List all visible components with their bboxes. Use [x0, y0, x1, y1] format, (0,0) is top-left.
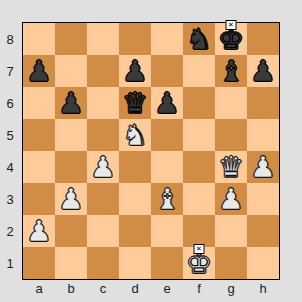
square-b3[interactable]: ♟ — [55, 183, 87, 215]
square-c3[interactable] — [87, 183, 119, 215]
white-pawn: ♟ — [26, 215, 52, 247]
file-label-d: d — [119, 281, 151, 297]
square-e4[interactable] — [151, 151, 183, 183]
square-f6[interactable] — [183, 87, 215, 119]
black-pawn: ♟ — [250, 55, 276, 87]
square-g7[interactable]: ♝ — [215, 55, 247, 87]
rank-label-8: 8 — [0, 23, 20, 55]
white-pawn: ♟ — [250, 151, 276, 183]
square-g5[interactable] — [215, 119, 247, 151]
square-d3[interactable] — [119, 183, 151, 215]
rank-label-5: 5 — [0, 119, 20, 151]
chessboard: ♞♚✕♟♟♝♟♟♛♟♞♟♛♟♟♝♟♟♚✕ — [22, 22, 280, 280]
square-e6[interactable]: ♟ — [151, 87, 183, 119]
file-label-b: b — [55, 281, 87, 297]
rank-label-7: 7 — [0, 55, 20, 87]
file-labels: abcdefgh — [23, 281, 279, 297]
square-f5[interactable] — [183, 119, 215, 151]
square-b2[interactable] — [55, 215, 87, 247]
black-pawn: ♟ — [58, 87, 84, 119]
file-label-c: c — [87, 281, 119, 297]
square-d7[interactable]: ♟ — [119, 55, 151, 87]
white-queen: ♛ — [218, 151, 244, 183]
square-b1[interactable] — [55, 247, 87, 279]
square-h6[interactable] — [247, 87, 279, 119]
black-pawn: ♟ — [154, 87, 180, 119]
king-marker-icon: ✕ — [226, 20, 237, 30]
rank-labels: 87654321 — [0, 23, 20, 279]
square-e8[interactable] — [151, 23, 183, 55]
square-h8[interactable] — [247, 23, 279, 55]
square-f7[interactable] — [183, 55, 215, 87]
rank-label-3: 3 — [0, 183, 20, 215]
file-label-h: h — [247, 281, 279, 297]
black-knight: ♞ — [186, 23, 212, 55]
black-pawn: ♟ — [26, 55, 52, 87]
file-label-a: a — [23, 281, 55, 297]
square-g1[interactable] — [215, 247, 247, 279]
square-d2[interactable] — [119, 215, 151, 247]
square-h7[interactable]: ♟ — [247, 55, 279, 87]
rank-label-2: 2 — [0, 215, 20, 247]
square-f1[interactable]: ♚✕ — [183, 247, 215, 279]
file-label-f: f — [183, 281, 215, 297]
square-b7[interactable] — [55, 55, 87, 87]
square-c6[interactable] — [87, 87, 119, 119]
rank-label-6: 6 — [0, 87, 20, 119]
square-a1[interactable] — [23, 247, 55, 279]
square-c7[interactable] — [87, 55, 119, 87]
white-pawn: ♟ — [58, 183, 84, 215]
square-f3[interactable] — [183, 183, 215, 215]
black-pawn: ♟ — [122, 55, 148, 87]
square-c8[interactable] — [87, 23, 119, 55]
square-h5[interactable] — [247, 119, 279, 151]
square-g2[interactable] — [215, 215, 247, 247]
rank-label-1: 1 — [0, 247, 20, 279]
square-c5[interactable] — [87, 119, 119, 151]
square-e5[interactable] — [151, 119, 183, 151]
square-c4[interactable]: ♟ — [87, 151, 119, 183]
square-g6[interactable] — [215, 87, 247, 119]
square-a6[interactable] — [23, 87, 55, 119]
square-a3[interactable] — [23, 183, 55, 215]
square-a8[interactable] — [23, 23, 55, 55]
chess-diagram: 87654321 ♞♚✕♟♟♝♟♟♛♟♞♟♛♟♟♝♟♟♚✕ abcdefgh — [0, 0, 302, 302]
square-b4[interactable] — [55, 151, 87, 183]
square-c2[interactable] — [87, 215, 119, 247]
black-queen: ♛ — [122, 87, 148, 119]
square-d8[interactable] — [119, 23, 151, 55]
black-bishop: ♝ — [218, 55, 244, 87]
square-h3[interactable] — [247, 183, 279, 215]
square-f2[interactable] — [183, 215, 215, 247]
square-h1[interactable] — [247, 247, 279, 279]
square-a4[interactable] — [23, 151, 55, 183]
square-e1[interactable] — [151, 247, 183, 279]
square-e7[interactable] — [151, 55, 183, 87]
file-label-e: e — [151, 281, 183, 297]
square-d5[interactable]: ♞ — [119, 119, 151, 151]
square-b8[interactable] — [55, 23, 87, 55]
square-h2[interactable] — [247, 215, 279, 247]
square-g3[interactable]: ♟ — [215, 183, 247, 215]
square-e2[interactable] — [151, 215, 183, 247]
square-b6[interactable]: ♟ — [55, 87, 87, 119]
square-g8[interactable]: ♚✕ — [215, 23, 247, 55]
file-label-g: g — [215, 281, 247, 297]
square-a2[interactable]: ♟ — [23, 215, 55, 247]
rank-label-4: 4 — [0, 151, 20, 183]
square-f8[interactable]: ♞ — [183, 23, 215, 55]
square-d6[interactable]: ♛ — [119, 87, 151, 119]
white-bishop: ♝ — [154, 183, 180, 215]
square-a7[interactable]: ♟ — [23, 55, 55, 87]
king-marker-icon: ✕ — [194, 244, 205, 254]
square-e3[interactable]: ♝ — [151, 183, 183, 215]
white-pawn: ♟ — [218, 183, 244, 215]
square-h4[interactable]: ♟ — [247, 151, 279, 183]
square-g4[interactable]: ♛ — [215, 151, 247, 183]
square-d4[interactable] — [119, 151, 151, 183]
square-c1[interactable] — [87, 247, 119, 279]
square-f4[interactable] — [183, 151, 215, 183]
square-b5[interactable] — [55, 119, 87, 151]
white-knight: ♞ — [122, 119, 148, 151]
white-pawn: ♟ — [90, 151, 116, 183]
square-a5[interactable] — [23, 119, 55, 151]
square-d1[interactable] — [119, 247, 151, 279]
